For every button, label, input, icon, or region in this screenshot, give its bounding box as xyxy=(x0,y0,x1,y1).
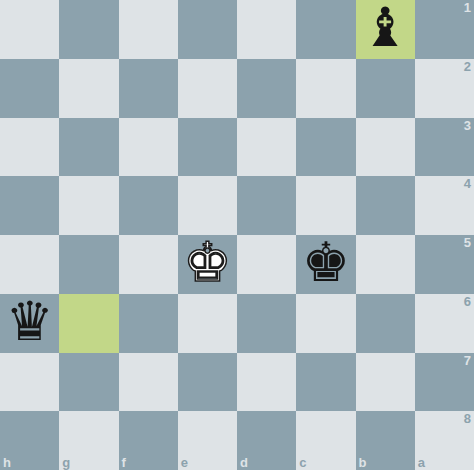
black-queen[interactable]: ♛ xyxy=(5,295,53,349)
file-label-h: h xyxy=(3,456,11,469)
square-a1[interactable]: 1 xyxy=(415,0,474,59)
square-g5[interactable] xyxy=(59,235,118,294)
square-h3[interactable] xyxy=(0,118,59,177)
rank-label-5: 5 xyxy=(464,236,471,249)
chess-board[interactable]: ♝1234♚♚5♛67hgfedcba8 xyxy=(0,0,474,470)
square-h8[interactable]: h xyxy=(0,411,59,470)
square-b4[interactable] xyxy=(356,176,415,235)
rank-label-8: 8 xyxy=(464,412,471,425)
square-g6[interactable] xyxy=(59,294,118,353)
square-b3[interactable] xyxy=(356,118,415,177)
square-d4[interactable] xyxy=(237,176,296,235)
square-f1[interactable] xyxy=(119,0,178,59)
square-b8[interactable]: b xyxy=(356,411,415,470)
square-e1[interactable] xyxy=(178,0,237,59)
square-h2[interactable] xyxy=(0,59,59,118)
file-label-b: b xyxy=(359,456,367,469)
square-b5[interactable] xyxy=(356,235,415,294)
square-e4[interactable] xyxy=(178,176,237,235)
file-label-a: a xyxy=(418,456,425,469)
square-c7[interactable] xyxy=(296,353,355,412)
rank-label-4: 4 xyxy=(464,177,471,190)
square-a7[interactable]: 7 xyxy=(415,353,474,412)
white-king[interactable]: ♚ xyxy=(183,236,231,290)
square-g7[interactable] xyxy=(59,353,118,412)
square-d1[interactable] xyxy=(237,0,296,59)
square-c1[interactable] xyxy=(296,0,355,59)
square-e7[interactable] xyxy=(178,353,237,412)
square-h5[interactable] xyxy=(0,235,59,294)
square-d3[interactable] xyxy=(237,118,296,177)
square-b1[interactable]: ♝ xyxy=(356,0,415,59)
square-f7[interactable] xyxy=(119,353,178,412)
square-c2[interactable] xyxy=(296,59,355,118)
file-label-c: c xyxy=(299,456,306,469)
rank-label-2: 2 xyxy=(464,60,471,73)
black-bishop[interactable]: ♝ xyxy=(361,1,409,55)
square-g8[interactable]: g xyxy=(59,411,118,470)
square-g3[interactable] xyxy=(59,118,118,177)
square-b7[interactable] xyxy=(356,353,415,412)
square-e6[interactable] xyxy=(178,294,237,353)
square-e5[interactable]: ♚ xyxy=(178,235,237,294)
square-d2[interactable] xyxy=(237,59,296,118)
square-e8[interactable]: e xyxy=(178,411,237,470)
square-f3[interactable] xyxy=(119,118,178,177)
square-d8[interactable]: d xyxy=(237,411,296,470)
file-label-d: d xyxy=(240,456,248,469)
square-f4[interactable] xyxy=(119,176,178,235)
square-h1[interactable] xyxy=(0,0,59,59)
rank-label-6: 6 xyxy=(464,295,471,308)
square-d6[interactable] xyxy=(237,294,296,353)
square-a8[interactable]: a8 xyxy=(415,411,474,470)
square-h6[interactable]: ♛ xyxy=(0,294,59,353)
black-king[interactable]: ♚ xyxy=(302,236,350,290)
square-d5[interactable] xyxy=(237,235,296,294)
square-c6[interactable] xyxy=(296,294,355,353)
square-a5[interactable]: 5 xyxy=(415,235,474,294)
square-g2[interactable] xyxy=(59,59,118,118)
rank-label-3: 3 xyxy=(464,119,471,132)
square-a6[interactable]: 6 xyxy=(415,294,474,353)
file-label-g: g xyxy=(62,456,70,469)
square-b2[interactable] xyxy=(356,59,415,118)
square-g1[interactable] xyxy=(59,0,118,59)
square-a2[interactable]: 2 xyxy=(415,59,474,118)
rank-label-7: 7 xyxy=(464,354,471,367)
square-f2[interactable] xyxy=(119,59,178,118)
square-h7[interactable] xyxy=(0,353,59,412)
square-b6[interactable] xyxy=(356,294,415,353)
square-a3[interactable]: 3 xyxy=(415,118,474,177)
square-c4[interactable] xyxy=(296,176,355,235)
square-e2[interactable] xyxy=(178,59,237,118)
square-f6[interactable] xyxy=(119,294,178,353)
square-c3[interactable] xyxy=(296,118,355,177)
file-label-f: f xyxy=(122,456,126,469)
square-c8[interactable]: c xyxy=(296,411,355,470)
file-label-e: e xyxy=(181,456,188,469)
square-c5[interactable]: ♚ xyxy=(296,235,355,294)
square-d7[interactable] xyxy=(237,353,296,412)
square-a4[interactable]: 4 xyxy=(415,176,474,235)
rank-label-1: 1 xyxy=(464,1,471,14)
square-f5[interactable] xyxy=(119,235,178,294)
square-h4[interactable] xyxy=(0,176,59,235)
square-g4[interactable] xyxy=(59,176,118,235)
square-e3[interactable] xyxy=(178,118,237,177)
square-f8[interactable]: f xyxy=(119,411,178,470)
